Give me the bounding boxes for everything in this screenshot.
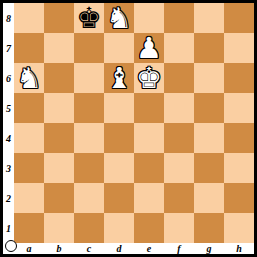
square-g1[interactable] [194, 213, 224, 243]
square-d7[interactable] [104, 33, 134, 63]
chess-board: ♚♞♟♞♝♚ [14, 3, 254, 243]
square-d4[interactable] [104, 123, 134, 153]
rank-label-1: 1 [3, 213, 14, 243]
square-f7[interactable] [164, 33, 194, 63]
file-label-d: d [104, 243, 134, 254]
file-label-e: e [134, 243, 164, 254]
square-h1[interactable] [224, 213, 254, 243]
square-c8[interactable]: ♚ [74, 3, 104, 33]
rank-label-7: 7 [3, 33, 14, 63]
square-g5[interactable] [194, 93, 224, 123]
square-a2[interactable] [14, 183, 44, 213]
square-f4[interactable] [164, 123, 194, 153]
square-a6[interactable]: ♞ [14, 63, 44, 93]
rank-labels: 87654321 [3, 3, 14, 243]
piece-white-pawn: ♟ [134, 33, 164, 63]
rank-label-5: 5 [3, 93, 14, 123]
square-b7[interactable] [44, 33, 74, 63]
square-e1[interactable] [134, 213, 164, 243]
square-d1[interactable] [104, 213, 134, 243]
square-b4[interactable] [44, 123, 74, 153]
square-a8[interactable] [14, 3, 44, 33]
square-g6[interactable] [194, 63, 224, 93]
square-a7[interactable] [14, 33, 44, 63]
square-f6[interactable] [164, 63, 194, 93]
square-e2[interactable] [134, 183, 164, 213]
rank-label-6: 6 [3, 63, 14, 93]
square-g4[interactable] [194, 123, 224, 153]
square-a3[interactable] [14, 153, 44, 183]
square-b6[interactable] [44, 63, 74, 93]
square-b3[interactable] [44, 153, 74, 183]
file-label-f: f [164, 243, 194, 254]
diagram-layout: 87654321 ♚♞♟♞♝♚ abcdefgh [3, 3, 254, 254]
square-g8[interactable] [194, 3, 224, 33]
square-e6[interactable]: ♚ [134, 63, 164, 93]
square-e8[interactable] [134, 3, 164, 33]
square-c6[interactable] [74, 63, 104, 93]
square-c4[interactable] [74, 123, 104, 153]
rank-label-8: 8 [3, 3, 14, 33]
file-label-c: c [74, 243, 104, 254]
square-d3[interactable] [104, 153, 134, 183]
square-h6[interactable] [224, 63, 254, 93]
square-b1[interactable] [44, 213, 74, 243]
file-label-g: g [194, 243, 224, 254]
square-e5[interactable] [134, 93, 164, 123]
file-label-b: b [44, 243, 74, 254]
square-g2[interactable] [194, 183, 224, 213]
square-g3[interactable] [194, 153, 224, 183]
piece-black-king: ♚ [74, 3, 104, 33]
square-c5[interactable] [74, 93, 104, 123]
piece-white-king: ♚ [134, 63, 164, 93]
square-h7[interactable] [224, 33, 254, 63]
rank-label-4: 4 [3, 123, 14, 153]
chess-diagram: 87654321 ♚♞♟♞♝♚ abcdefgh [0, 0, 257, 257]
square-d5[interactable] [104, 93, 134, 123]
square-a1[interactable] [14, 213, 44, 243]
square-a4[interactable] [14, 123, 44, 153]
square-f3[interactable] [164, 153, 194, 183]
rank-label-2: 2 [3, 183, 14, 213]
square-b5[interactable] [44, 93, 74, 123]
square-f8[interactable] [164, 3, 194, 33]
square-d8[interactable]: ♞ [104, 3, 134, 33]
square-h5[interactable] [224, 93, 254, 123]
white-to-move-indicator [5, 240, 17, 252]
square-d6[interactable]: ♝ [104, 63, 134, 93]
square-e7[interactable]: ♟ [134, 33, 164, 63]
square-c3[interactable] [74, 153, 104, 183]
file-labels: abcdefgh [14, 243, 254, 254]
file-label-a: a [14, 243, 44, 254]
piece-white-bishop: ♝ [104, 63, 134, 93]
square-c2[interactable] [74, 183, 104, 213]
square-g7[interactable] [194, 33, 224, 63]
square-b2[interactable] [44, 183, 74, 213]
square-h2[interactable] [224, 183, 254, 213]
square-f1[interactable] [164, 213, 194, 243]
piece-white-knight: ♞ [14, 63, 44, 93]
square-f5[interactable] [164, 93, 194, 123]
square-h8[interactable] [224, 3, 254, 33]
square-e4[interactable] [134, 123, 164, 153]
square-c1[interactable] [74, 213, 104, 243]
square-f2[interactable] [164, 183, 194, 213]
square-c7[interactable] [74, 33, 104, 63]
square-d2[interactable] [104, 183, 134, 213]
square-h4[interactable] [224, 123, 254, 153]
rank-label-3: 3 [3, 153, 14, 183]
square-b8[interactable] [44, 3, 74, 33]
square-e3[interactable] [134, 153, 164, 183]
square-h3[interactable] [224, 153, 254, 183]
square-a5[interactable] [14, 93, 44, 123]
piece-white-knight: ♞ [104, 3, 134, 33]
file-label-h: h [224, 243, 254, 254]
